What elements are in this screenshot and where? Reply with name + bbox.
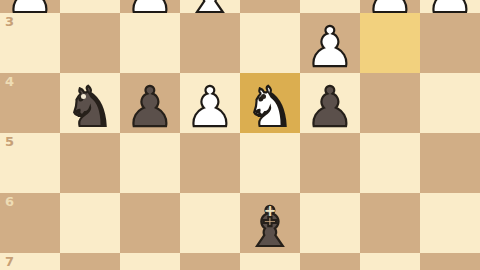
square-g3[interactable] [60, 13, 120, 73]
square-g4[interactable]: ♞ [60, 73, 120, 133]
square-c3[interactable]: ♟ [300, 13, 360, 73]
square-d6[interactable]: ♝+ [240, 193, 300, 253]
white-pawn-e4[interactable]: ♟ [185, 80, 234, 135]
square-f6[interactable] [120, 193, 180, 253]
square-b5[interactable] [360, 133, 420, 193]
rank-label-7: 7 [5, 255, 14, 268]
square-c2[interactable] [300, 0, 360, 13]
board-stage: ♟♟♝♟♟3♟4♞♟♟♞♟56♝+7 [0, 0, 480, 270]
square-a2[interactable]: ♟ [420, 0, 480, 13]
square-g2[interactable] [60, 0, 120, 13]
square-g5[interactable] [60, 133, 120, 193]
square-h7[interactable]: 7 [0, 253, 60, 270]
square-d2[interactable] [240, 0, 300, 13]
square-e3[interactable] [180, 13, 240, 73]
board-grid: ♟♟♝♟♟3♟4♞♟♟♞♟56♝+7 [0, 0, 480, 270]
square-d3[interactable] [240, 13, 300, 73]
black-pawn-c4[interactable]: ♟ [305, 80, 354, 135]
square-a5[interactable] [420, 133, 480, 193]
square-c4[interactable]: ♟ [300, 73, 360, 133]
square-d4[interactable]: ♞ [240, 73, 300, 133]
knight-eye-icon [81, 94, 86, 99]
rank-label-6: 6 [5, 195, 14, 208]
square-e5[interactable] [180, 133, 240, 193]
square-d5[interactable] [240, 133, 300, 193]
knight-eye-icon [261, 94, 266, 99]
square-a7[interactable] [420, 253, 480, 270]
square-a3[interactable] [420, 13, 480, 73]
square-h2[interactable]: ♟ [0, 0, 60, 13]
square-b4[interactable] [360, 73, 420, 133]
square-e2[interactable]: ♝ [180, 0, 240, 13]
square-a6[interactable] [420, 193, 480, 253]
square-c7[interactable] [300, 253, 360, 270]
white-knight-d4[interactable]: ♞ [245, 80, 294, 135]
square-h5[interactable]: 5 [0, 133, 60, 193]
square-c5[interactable] [300, 133, 360, 193]
square-b7[interactable] [360, 253, 420, 270]
bishop-mitre-cross-icon: + [264, 204, 277, 219]
square-f2[interactable]: ♟ [120, 0, 180, 13]
square-d7[interactable] [240, 253, 300, 270]
black-knight-g4[interactable]: ♞ [65, 80, 114, 135]
square-e4[interactable]: ♟ [180, 73, 240, 133]
rank-label-5: 5 [5, 135, 14, 148]
rank-label-3: 3 [5, 15, 14, 28]
square-e6[interactable] [180, 193, 240, 253]
square-b6[interactable] [360, 193, 420, 253]
square-g7[interactable] [60, 253, 120, 270]
square-a4[interactable] [420, 73, 480, 133]
rank-label-4: 4 [5, 75, 14, 88]
square-b2[interactable]: ♟ [360, 0, 420, 13]
square-h3[interactable]: 3 [0, 13, 60, 73]
square-f7[interactable] [120, 253, 180, 270]
square-h6[interactable]: 6 [0, 193, 60, 253]
square-f5[interactable] [120, 133, 180, 193]
square-f3[interactable] [120, 13, 180, 73]
white-pawn-c3[interactable]: ♟ [305, 20, 354, 75]
black-pawn-f4[interactable]: ♟ [125, 80, 174, 135]
square-b3[interactable] [360, 13, 420, 73]
square-f4[interactable]: ♟ [120, 73, 180, 133]
square-e7[interactable] [180, 253, 240, 270]
square-c6[interactable] [300, 193, 360, 253]
square-h4[interactable]: 4 [0, 73, 60, 133]
square-g6[interactable] [60, 193, 120, 253]
